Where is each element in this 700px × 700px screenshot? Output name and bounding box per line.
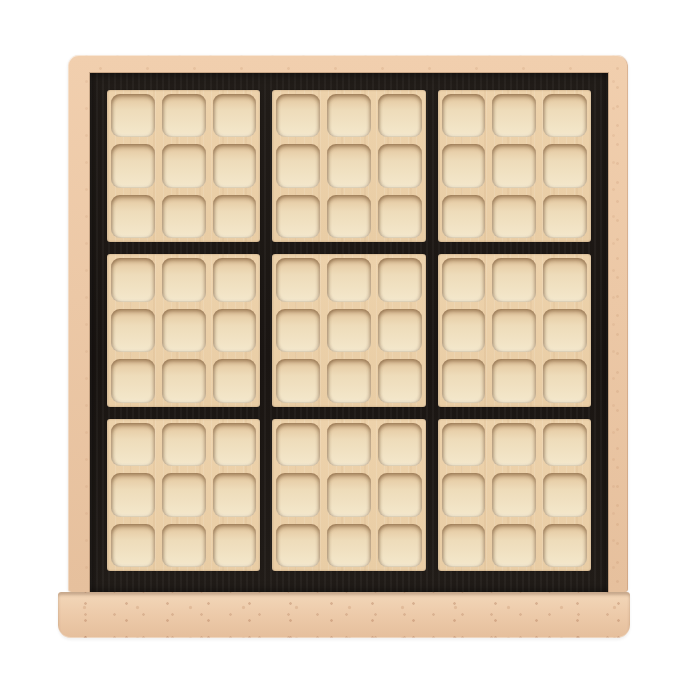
sudoku-block-2-1 [107,254,260,406]
sudoku-cell-r7c2[interactable] [162,423,206,466]
sudoku-cell-r8c2[interactable] [162,473,206,516]
sudoku-cell-r8c7[interactable] [442,473,486,516]
sudoku-cell-r3c4[interactable] [276,195,320,238]
sudoku-cell-r4c9[interactable] [543,258,587,301]
sudoku-cell-r5c8[interactable] [492,309,536,352]
sudoku-block-1-3 [438,90,591,242]
sudoku-cell-r6c7[interactable] [442,359,486,402]
sudoku-cell-r6c8[interactable] [492,359,536,402]
sudoku-cell-r3c1[interactable] [111,195,155,238]
sudoku-cell-r9c5[interactable] [327,524,371,567]
sudoku-cell-r1c2[interactable] [162,94,206,137]
sudoku-cell-r2c5[interactable] [327,144,371,187]
sudoku-cell-r3c7[interactable] [442,195,486,238]
sudoku-cell-r6c3[interactable] [213,359,257,402]
sudoku-cell-r3c8[interactable] [492,195,536,238]
sudoku-block-3-2 [272,419,425,571]
sudoku-cell-r2c4[interactable] [276,144,320,187]
sudoku-cell-r1c3[interactable] [213,94,257,137]
sudoku-cell-r7c6[interactable] [378,423,422,466]
sudoku-block-3-3 [438,419,591,571]
sudoku-cell-r9c1[interactable] [111,524,155,567]
sudoku-cell-r5c6[interactable] [378,309,422,352]
sudoku-cell-r9c9[interactable] [543,524,587,567]
sudoku-cell-r4c7[interactable] [442,258,486,301]
sudoku-cell-r4c3[interactable] [213,258,257,301]
sudoku-cell-r4c6[interactable] [378,258,422,301]
sudoku-cell-r4c2[interactable] [162,258,206,301]
sudoku-cell-r7c4[interactable] [276,423,320,466]
sudoku-cell-r1c6[interactable] [378,94,422,137]
sudoku-cell-r7c3[interactable] [213,423,257,466]
sudoku-cell-r4c8[interactable] [492,258,536,301]
sudoku-cell-r1c5[interactable] [327,94,371,137]
sudoku-block-1-1 [107,90,260,242]
sudoku-block-1-2 [272,90,425,242]
sudoku-cell-r9c7[interactable] [442,524,486,567]
sudoku-cell-r6c4[interactable] [276,359,320,402]
sudoku-cell-r4c5[interactable] [327,258,371,301]
sudoku-cell-r6c1[interactable] [111,359,155,402]
sudoku-cell-r2c8[interactable] [492,144,536,187]
sudoku-block-2-2 [272,254,425,406]
sudoku-cell-r7c5[interactable] [327,423,371,466]
sudoku-cell-r7c8[interactable] [492,423,536,466]
sudoku-cell-r7c9[interactable] [543,423,587,466]
sudoku-cell-r9c6[interactable] [378,524,422,567]
sudoku-cell-r8c1[interactable] [111,473,155,516]
product-photo [0,0,700,700]
sudoku-cell-r6c6[interactable] [378,359,422,402]
sudoku-cell-r1c9[interactable] [543,94,587,137]
sudoku-cell-r3c2[interactable] [162,195,206,238]
sudoku-cell-r6c2[interactable] [162,359,206,402]
sudoku-cell-r3c6[interactable] [378,195,422,238]
sudoku-cell-r9c8[interactable] [492,524,536,567]
sudoku-cell-r8c8[interactable] [492,473,536,516]
sudoku-cell-r7c1[interactable] [111,423,155,466]
sudoku-cell-r8c6[interactable] [378,473,422,516]
sudoku-cell-r2c7[interactable] [442,144,486,187]
grid-lines-panel [90,73,608,592]
sudoku-cell-r5c3[interactable] [213,309,257,352]
sudoku-cell-r8c3[interactable] [213,473,257,516]
sudoku-cell-r8c9[interactable] [543,473,587,516]
sudoku-grid [107,90,591,571]
sudoku-cell-r6c9[interactable] [543,359,587,402]
sudoku-cell-r5c7[interactable] [442,309,486,352]
sudoku-cell-r5c2[interactable] [162,309,206,352]
sudoku-cell-r1c8[interactable] [492,94,536,137]
sudoku-cell-r9c2[interactable] [162,524,206,567]
sudoku-block-2-3 [438,254,591,406]
sudoku-cell-r2c9[interactable] [543,144,587,187]
sudoku-cell-r6c5[interactable] [327,359,371,402]
sudoku-cell-r3c9[interactable] [543,195,587,238]
sudoku-cell-r1c4[interactable] [276,94,320,137]
sudoku-cell-r8c5[interactable] [327,473,371,516]
sudoku-cell-r3c3[interactable] [213,195,257,238]
sudoku-cell-r9c4[interactable] [276,524,320,567]
sudoku-cell-r5c4[interactable] [276,309,320,352]
sudoku-cell-r1c1[interactable] [111,94,155,137]
sudoku-cell-r1c7[interactable] [442,94,486,137]
sudoku-cell-r4c1[interactable] [111,258,155,301]
sudoku-cell-r3c5[interactable] [327,195,371,238]
sudoku-cell-r4c4[interactable] [276,258,320,301]
sudoku-cell-r9c3[interactable] [213,524,257,567]
sudoku-cell-r5c1[interactable] [111,309,155,352]
sudoku-cell-r2c3[interactable] [213,144,257,187]
sudoku-cell-r5c5[interactable] [327,309,371,352]
sudoku-cell-r2c2[interactable] [162,144,206,187]
tile-tray [58,592,630,638]
sudoku-cell-r2c1[interactable] [111,144,155,187]
sudoku-cell-r8c4[interactable] [276,473,320,516]
sudoku-cell-r2c6[interactable] [378,144,422,187]
sudoku-cell-r5c9[interactable] [543,309,587,352]
sudoku-cell-r7c7[interactable] [442,423,486,466]
sudoku-block-3-1 [107,419,260,571]
sudoku-board-frame [68,55,628,592]
